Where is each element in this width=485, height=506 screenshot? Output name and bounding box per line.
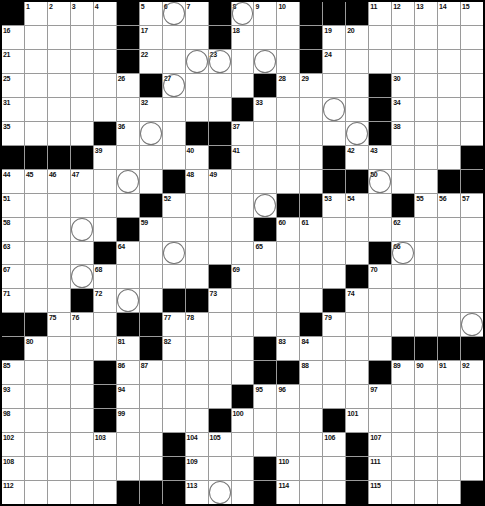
cell-r4c17[interactable]: 34 xyxy=(392,98,414,121)
cell-r11c11[interactable] xyxy=(254,265,276,288)
cell-r9c2[interactable] xyxy=(48,218,70,241)
cell-r10c12[interactable] xyxy=(277,242,299,265)
cell-r20c13[interactable] xyxy=(300,481,322,504)
cell-r1c6[interactable]: 17 xyxy=(140,26,162,49)
cell-r2c1[interactable] xyxy=(25,50,47,73)
cell-r7c16[interactable]: 50 xyxy=(369,170,391,193)
cell-r11c12[interactable] xyxy=(277,265,299,288)
cell-r4c6[interactable]: 32 xyxy=(140,98,162,121)
cell-r14c1[interactable]: 80 xyxy=(25,337,47,360)
cell-r7c2[interactable]: 46 xyxy=(48,170,70,193)
cell-r12c5[interactable] xyxy=(117,289,139,312)
cell-r16c5[interactable]: 94 xyxy=(117,385,139,408)
cell-r18c0[interactable]: 102 xyxy=(2,433,24,456)
cell-r16c14[interactable] xyxy=(323,385,345,408)
cell-r8c10[interactable] xyxy=(232,194,254,217)
cell-r13c12[interactable] xyxy=(277,313,299,336)
cell-r7c5[interactable] xyxy=(117,170,139,193)
cell-r14c15[interactable] xyxy=(346,337,368,360)
cell-r7c6[interactable] xyxy=(140,170,162,193)
cell-r9c1[interactable] xyxy=(25,218,47,241)
cell-r4c2[interactable] xyxy=(48,98,70,121)
cell-r2c17[interactable] xyxy=(392,50,414,73)
cell-r16c6[interactable] xyxy=(140,385,162,408)
cell-r20c0[interactable]: 112 xyxy=(2,481,24,504)
cell-r13c17[interactable] xyxy=(392,313,414,336)
cell-r20c12[interactable]: 114 xyxy=(277,481,299,504)
cell-r15c10[interactable] xyxy=(232,361,254,384)
cell-r5c0[interactable]: 35 xyxy=(2,122,24,145)
cell-r9c13[interactable]: 61 xyxy=(300,218,322,241)
cell-r5c15[interactable] xyxy=(346,122,368,145)
cell-r11c7[interactable] xyxy=(163,265,185,288)
cell-r18c19[interactable] xyxy=(438,433,460,456)
cell-r1c1[interactable] xyxy=(25,26,47,49)
cell-r19c10[interactable] xyxy=(232,457,254,480)
cell-r5c2[interactable] xyxy=(48,122,70,145)
cell-r9c17[interactable]: 62 xyxy=(392,218,414,241)
cell-r11c20[interactable] xyxy=(461,265,483,288)
cell-r17c7[interactable] xyxy=(163,409,185,432)
cell-r0c6[interactable]: 5 xyxy=(140,2,162,25)
cell-r1c18[interactable] xyxy=(415,26,437,49)
cell-r3c4[interactable] xyxy=(94,74,116,97)
cell-r6c17[interactable] xyxy=(392,146,414,169)
cell-r2c16[interactable] xyxy=(369,50,391,73)
cell-r4c15[interactable] xyxy=(346,98,368,121)
cell-r0c8[interactable]: 7 xyxy=(186,2,208,25)
cell-r5c5[interactable]: 36 xyxy=(117,122,139,145)
cell-r10c19[interactable] xyxy=(438,242,460,265)
cell-r8c15[interactable]: 54 xyxy=(346,194,368,217)
cell-r1c12[interactable] xyxy=(277,26,299,49)
cell-r2c8[interactable] xyxy=(186,50,208,73)
cell-r13c4[interactable] xyxy=(94,313,116,336)
cell-r11c14[interactable] xyxy=(323,265,345,288)
cell-r18c13[interactable] xyxy=(300,433,322,456)
cell-r17c20[interactable] xyxy=(461,409,483,432)
cell-r19c4[interactable] xyxy=(94,457,116,480)
cell-r3c7[interactable]: 27 xyxy=(163,74,185,97)
cell-r10c18[interactable] xyxy=(415,242,437,265)
cell-r9c7[interactable] xyxy=(163,218,185,241)
cell-r3c8[interactable] xyxy=(186,74,208,97)
cell-r4c3[interactable] xyxy=(71,98,93,121)
cell-r6c19[interactable] xyxy=(438,146,460,169)
cell-r7c12[interactable] xyxy=(277,170,299,193)
cell-r19c18[interactable] xyxy=(415,457,437,480)
cell-r12c17[interactable] xyxy=(392,289,414,312)
cell-r2c4[interactable] xyxy=(94,50,116,73)
cell-r13c3[interactable]: 76 xyxy=(71,313,93,336)
cell-r17c13[interactable] xyxy=(300,409,322,432)
cell-r16c17[interactable] xyxy=(392,385,414,408)
cell-r13c7[interactable]: 77 xyxy=(163,313,185,336)
cell-r11c16[interactable]: 70 xyxy=(369,265,391,288)
cell-r8c19[interactable]: 56 xyxy=(438,194,460,217)
cell-r1c15[interactable]: 20 xyxy=(346,26,368,49)
cell-r11c19[interactable] xyxy=(438,265,460,288)
cell-r4c4[interactable] xyxy=(94,98,116,121)
cell-r3c9[interactable] xyxy=(209,74,231,97)
cell-r10c8[interactable] xyxy=(186,242,208,265)
cell-r10c6[interactable] xyxy=(140,242,162,265)
cell-r14c12[interactable]: 83 xyxy=(277,337,299,360)
cell-r2c11[interactable] xyxy=(254,50,276,73)
cell-r5c19[interactable] xyxy=(438,122,460,145)
cell-r3c20[interactable] xyxy=(461,74,483,97)
cell-r15c1[interactable] xyxy=(25,361,47,384)
cell-r12c11[interactable] xyxy=(254,289,276,312)
cell-r4c9[interactable] xyxy=(209,98,231,121)
cell-r5c18[interactable] xyxy=(415,122,437,145)
cell-r4c20[interactable] xyxy=(461,98,483,121)
cell-r7c9[interactable]: 49 xyxy=(209,170,231,193)
cell-r13c20[interactable] xyxy=(461,313,483,336)
cell-r14c16[interactable] xyxy=(369,337,391,360)
cell-r8c5[interactable] xyxy=(117,194,139,217)
cell-r13c8[interactable]: 78 xyxy=(186,313,208,336)
cell-r9c14[interactable] xyxy=(323,218,345,241)
cell-r16c1[interactable] xyxy=(25,385,47,408)
cell-r13c11[interactable] xyxy=(254,313,276,336)
cell-r5c10[interactable]: 37 xyxy=(232,122,254,145)
cell-r17c5[interactable]: 99 xyxy=(117,409,139,432)
cell-r18c1[interactable] xyxy=(25,433,47,456)
cell-r6c18[interactable] xyxy=(415,146,437,169)
cell-r12c12[interactable] xyxy=(277,289,299,312)
cell-r15c18[interactable]: 90 xyxy=(415,361,437,384)
cell-r6c15[interactable]: 42 xyxy=(346,146,368,169)
cell-r8c1[interactable] xyxy=(25,194,47,217)
cell-r10c9[interactable] xyxy=(209,242,231,265)
cell-r7c10[interactable] xyxy=(232,170,254,193)
cell-r0c12[interactable]: 10 xyxy=(277,2,299,25)
cell-r16c8[interactable] xyxy=(186,385,208,408)
cell-r17c11[interactable] xyxy=(254,409,276,432)
cell-r3c17[interactable]: 30 xyxy=(392,74,414,97)
cell-r9c20[interactable] xyxy=(461,218,483,241)
cell-r20c10[interactable] xyxy=(232,481,254,504)
cell-r2c9[interactable]: 23 xyxy=(209,50,231,73)
cell-r16c16[interactable]: 97 xyxy=(369,385,391,408)
cell-r18c12[interactable] xyxy=(277,433,299,456)
cell-r15c5[interactable]: 86 xyxy=(117,361,139,384)
cell-r4c14[interactable] xyxy=(323,98,345,121)
cell-r3c12[interactable]: 28 xyxy=(277,74,299,97)
cell-r0c11[interactable]: 9 xyxy=(254,2,276,25)
cell-r2c0[interactable]: 21 xyxy=(2,50,24,73)
cell-r16c19[interactable] xyxy=(438,385,460,408)
cell-r0c18[interactable]: 13 xyxy=(415,2,437,25)
cell-r13c2[interactable]: 75 xyxy=(48,313,70,336)
cell-r19c12[interactable]: 110 xyxy=(277,457,299,480)
cell-r6c8[interactable]: 40 xyxy=(186,146,208,169)
cell-r11c2[interactable] xyxy=(48,265,70,288)
cell-r15c7[interactable] xyxy=(163,361,185,384)
cell-r12c15[interactable]: 74 xyxy=(346,289,368,312)
cell-r17c10[interactable]: 100 xyxy=(232,409,254,432)
cell-r11c6[interactable] xyxy=(140,265,162,288)
cell-r18c14[interactable]: 106 xyxy=(323,433,345,456)
cell-r6c7[interactable] xyxy=(163,146,185,169)
cell-r5c13[interactable] xyxy=(300,122,322,145)
cell-r7c8[interactable]: 48 xyxy=(186,170,208,193)
cell-r19c1[interactable] xyxy=(25,457,47,480)
cell-r14c9[interactable] xyxy=(209,337,231,360)
cell-r17c15[interactable]: 101 xyxy=(346,409,368,432)
cell-r2c6[interactable]: 22 xyxy=(140,50,162,73)
cell-r3c18[interactable] xyxy=(415,74,437,97)
cell-r16c3[interactable] xyxy=(71,385,93,408)
cell-r3c0[interactable]: 25 xyxy=(2,74,24,97)
cell-r15c2[interactable] xyxy=(48,361,70,384)
cell-r9c10[interactable] xyxy=(232,218,254,241)
cell-r18c11[interactable] xyxy=(254,433,276,456)
cell-r7c1[interactable]: 45 xyxy=(25,170,47,193)
cell-r8c3[interactable] xyxy=(71,194,93,217)
cell-r14c8[interactable] xyxy=(186,337,208,360)
cell-r13c9[interactable] xyxy=(209,313,231,336)
cell-r13c14[interactable]: 79 xyxy=(323,313,345,336)
cell-r9c4[interactable] xyxy=(94,218,116,241)
cell-r20c1[interactable] xyxy=(25,481,47,504)
cell-r6c4[interactable]: 39 xyxy=(94,146,116,169)
cell-r12c1[interactable] xyxy=(25,289,47,312)
cell-r15c20[interactable]: 92 xyxy=(461,361,483,384)
cell-r5c14[interactable] xyxy=(323,122,345,145)
cell-r5c1[interactable] xyxy=(25,122,47,145)
cell-r4c7[interactable] xyxy=(163,98,185,121)
cell-r14c14[interactable] xyxy=(323,337,345,360)
cell-r16c11[interactable]: 95 xyxy=(254,385,276,408)
cell-r11c10[interactable]: 69 xyxy=(232,265,254,288)
cell-r12c13[interactable] xyxy=(300,289,322,312)
cell-r9c0[interactable]: 58 xyxy=(2,218,24,241)
cell-r13c10[interactable] xyxy=(232,313,254,336)
cell-r8c16[interactable] xyxy=(369,194,391,217)
cell-r0c7[interactable]: 6 xyxy=(163,2,185,25)
cell-r10c1[interactable] xyxy=(25,242,47,265)
cell-r11c3[interactable] xyxy=(71,265,93,288)
cell-r19c20[interactable] xyxy=(461,457,483,480)
cell-r2c14[interactable]: 24 xyxy=(323,50,345,73)
cell-r1c17[interactable] xyxy=(392,26,414,49)
cell-r17c19[interactable] xyxy=(438,409,460,432)
cell-r14c4[interactable] xyxy=(94,337,116,360)
cell-r12c2[interactable] xyxy=(48,289,70,312)
cell-r1c16[interactable] xyxy=(369,26,391,49)
cell-r7c4[interactable] xyxy=(94,170,116,193)
cell-r19c0[interactable]: 108 xyxy=(2,457,24,480)
cell-r8c2[interactable] xyxy=(48,194,70,217)
cell-r2c19[interactable] xyxy=(438,50,460,73)
cell-r20c17[interactable] xyxy=(392,481,414,504)
cell-r4c12[interactable] xyxy=(277,98,299,121)
cell-r19c19[interactable] xyxy=(438,457,460,480)
cell-r11c4[interactable]: 68 xyxy=(94,265,116,288)
cell-r19c17[interactable] xyxy=(392,457,414,480)
cell-r20c16[interactable]: 115 xyxy=(369,481,391,504)
cell-r16c7[interactable] xyxy=(163,385,185,408)
cell-r17c0[interactable]: 98 xyxy=(2,409,24,432)
cell-r18c2[interactable] xyxy=(48,433,70,456)
cell-r15c13[interactable]: 88 xyxy=(300,361,322,384)
cell-r5c11[interactable] xyxy=(254,122,276,145)
cell-r19c16[interactable]: 111 xyxy=(369,457,391,480)
cell-r11c1[interactable] xyxy=(25,265,47,288)
cell-r7c13[interactable] xyxy=(300,170,322,193)
cell-r16c15[interactable] xyxy=(346,385,368,408)
cell-r9c15[interactable] xyxy=(346,218,368,241)
cell-r19c8[interactable]: 109 xyxy=(186,457,208,480)
cell-r9c6[interactable]: 59 xyxy=(140,218,162,241)
cell-r3c14[interactable] xyxy=(323,74,345,97)
cell-r9c8[interactable] xyxy=(186,218,208,241)
cell-r18c20[interactable] xyxy=(461,433,483,456)
cell-r14c7[interactable]: 82 xyxy=(163,337,185,360)
cell-r10c13[interactable] xyxy=(300,242,322,265)
cell-r2c7[interactable] xyxy=(163,50,185,73)
cell-r5c12[interactable] xyxy=(277,122,299,145)
cell-r8c20[interactable]: 57 xyxy=(461,194,483,217)
cell-r8c18[interactable]: 55 xyxy=(415,194,437,217)
cell-r18c18[interactable] xyxy=(415,433,437,456)
cell-r17c6[interactable] xyxy=(140,409,162,432)
cell-r4c8[interactable] xyxy=(186,98,208,121)
cell-r17c18[interactable] xyxy=(415,409,437,432)
cell-r1c7[interactable] xyxy=(163,26,185,49)
cell-r20c8[interactable]: 113 xyxy=(186,481,208,504)
cell-r13c16[interactable] xyxy=(369,313,391,336)
cell-r16c12[interactable]: 96 xyxy=(277,385,299,408)
cell-r10c14[interactable] xyxy=(323,242,345,265)
cell-r12c19[interactable] xyxy=(438,289,460,312)
cell-r9c9[interactable] xyxy=(209,218,231,241)
cell-r2c18[interactable] xyxy=(415,50,437,73)
cell-r6c16[interactable]: 43 xyxy=(369,146,391,169)
cell-r3c10[interactable] xyxy=(232,74,254,97)
cell-r15c6[interactable]: 87 xyxy=(140,361,162,384)
cell-r15c3[interactable] xyxy=(71,361,93,384)
cell-r10c20[interactable] xyxy=(461,242,483,265)
cell-r16c18[interactable] xyxy=(415,385,437,408)
cell-r15c14[interactable] xyxy=(323,361,345,384)
cell-r14c13[interactable]: 84 xyxy=(300,337,322,360)
cell-r1c0[interactable]: 16 xyxy=(2,26,24,49)
cell-r11c17[interactable] xyxy=(392,265,414,288)
cell-r15c0[interactable]: 85 xyxy=(2,361,24,384)
cell-r4c0[interactable]: 31 xyxy=(2,98,24,121)
cell-r8c9[interactable] xyxy=(209,194,231,217)
cell-r9c16[interactable] xyxy=(369,218,391,241)
cell-r16c2[interactable] xyxy=(48,385,70,408)
cell-r1c19[interactable] xyxy=(438,26,460,49)
cell-r10c7[interactable] xyxy=(163,242,185,265)
cell-r1c4[interactable] xyxy=(94,26,116,49)
cell-r17c12[interactable] xyxy=(277,409,299,432)
cell-r3c2[interactable] xyxy=(48,74,70,97)
cell-r12c9[interactable]: 73 xyxy=(209,289,231,312)
cell-r19c3[interactable] xyxy=(71,457,93,480)
cell-r8c4[interactable] xyxy=(94,194,116,217)
cell-r19c14[interactable] xyxy=(323,457,345,480)
cell-r18c9[interactable]: 105 xyxy=(209,433,231,456)
cell-r7c0[interactable]: 44 xyxy=(2,170,24,193)
cell-r17c1[interactable] xyxy=(25,409,47,432)
cell-r4c5[interactable] xyxy=(117,98,139,121)
cell-r13c15[interactable] xyxy=(346,313,368,336)
cell-r15c19[interactable]: 91 xyxy=(438,361,460,384)
cell-r20c9[interactable] xyxy=(209,481,231,504)
cell-r7c17[interactable] xyxy=(392,170,414,193)
cell-r6c5[interactable] xyxy=(117,146,139,169)
cell-r8c0[interactable]: 51 xyxy=(2,194,24,217)
cell-r3c13[interactable]: 29 xyxy=(300,74,322,97)
cell-r19c9[interactable] xyxy=(209,457,231,480)
cell-r9c12[interactable]: 60 xyxy=(277,218,299,241)
cell-r20c19[interactable] xyxy=(438,481,460,504)
cell-r18c10[interactable] xyxy=(232,433,254,456)
cell-r2c3[interactable] xyxy=(71,50,93,73)
cell-r2c2[interactable] xyxy=(48,50,70,73)
cell-r17c16[interactable] xyxy=(369,409,391,432)
cell-r9c19[interactable] xyxy=(438,218,460,241)
cell-r3c15[interactable] xyxy=(346,74,368,97)
cell-r10c17[interactable]: 66 xyxy=(392,242,414,265)
cell-r5c3[interactable] xyxy=(71,122,93,145)
cell-r8c11[interactable] xyxy=(254,194,276,217)
cell-r4c1[interactable] xyxy=(25,98,47,121)
cell-r0c20[interactable]: 15 xyxy=(461,2,483,25)
cell-r5c20[interactable] xyxy=(461,122,483,145)
cell-r11c8[interactable] xyxy=(186,265,208,288)
cell-r14c5[interactable]: 81 xyxy=(117,337,139,360)
cell-r12c20[interactable] xyxy=(461,289,483,312)
cell-r11c13[interactable] xyxy=(300,265,322,288)
cell-r7c11[interactable] xyxy=(254,170,276,193)
cell-r18c4[interactable]: 103 xyxy=(94,433,116,456)
cell-r15c9[interactable] xyxy=(209,361,231,384)
cell-r3c5[interactable]: 26 xyxy=(117,74,139,97)
cell-r0c2[interactable]: 2 xyxy=(48,2,70,25)
cell-r3c1[interactable] xyxy=(25,74,47,97)
cell-r16c9[interactable] xyxy=(209,385,231,408)
cell-r18c3[interactable] xyxy=(71,433,93,456)
cell-r20c3[interactable] xyxy=(71,481,93,504)
cell-r18c8[interactable]: 104 xyxy=(186,433,208,456)
cell-r8c14[interactable]: 53 xyxy=(323,194,345,217)
cell-r3c19[interactable] xyxy=(438,74,460,97)
cell-r14c3[interactable] xyxy=(71,337,93,360)
cell-r2c12[interactable] xyxy=(277,50,299,73)
cell-r9c3[interactable] xyxy=(71,218,93,241)
cell-r16c0[interactable]: 93 xyxy=(2,385,24,408)
cell-r8c7[interactable]: 52 xyxy=(163,194,185,217)
cell-r10c10[interactable] xyxy=(232,242,254,265)
cell-r6c10[interactable]: 41 xyxy=(232,146,254,169)
cell-r0c1[interactable]: 1 xyxy=(25,2,47,25)
cell-r8c8[interactable] xyxy=(186,194,208,217)
cell-r17c17[interactable] xyxy=(392,409,414,432)
cell-r0c3[interactable]: 3 xyxy=(71,2,93,25)
cell-r18c16[interactable]: 107 xyxy=(369,433,391,456)
cell-r0c17[interactable]: 12 xyxy=(392,2,414,25)
cell-r1c10[interactable]: 18 xyxy=(232,26,254,49)
cell-r20c4[interactable] xyxy=(94,481,116,504)
cell-r5c6[interactable] xyxy=(140,122,162,145)
cell-r14c10[interactable] xyxy=(232,337,254,360)
